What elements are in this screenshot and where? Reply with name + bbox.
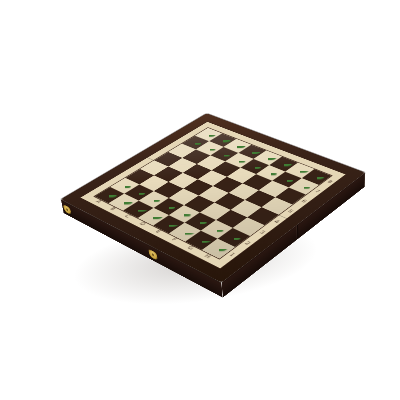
piece-glyph: ♟ bbox=[262, 135, 279, 174]
chess-set-photo: ♜♞♝♛♚♝♞♜♟♟♟♟♟♟♟♟♟♟♟♟♟♟♟♟♜♞♝♛♚♝♞♜ ABCDEFG… bbox=[0, 0, 400, 400]
piece-glyph: ♟ bbox=[295, 148, 312, 189]
fold-seam bbox=[297, 224, 299, 240]
piece-glyph: ♟ bbox=[246, 130, 263, 169]
clasp-icon bbox=[63, 204, 72, 215]
piece-glyph: ♜ bbox=[207, 195, 231, 250]
clasp-icon bbox=[149, 249, 158, 261]
piece-glyph: ♟ bbox=[278, 142, 295, 182]
piece-glyph: ♟ bbox=[216, 118, 232, 156]
piece-glyph: ♟ bbox=[231, 124, 248, 162]
